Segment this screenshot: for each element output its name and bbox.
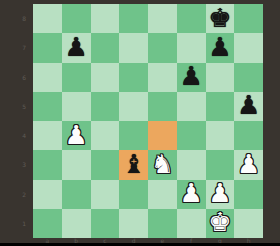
square-f4[interactable] xyxy=(177,121,206,150)
square-h2[interactable] xyxy=(234,180,263,209)
square-d2[interactable] xyxy=(119,180,148,209)
square-h8[interactable] xyxy=(234,4,263,33)
square-a4[interactable] xyxy=(33,121,62,150)
black-king-g8[interactable]: ♚ xyxy=(208,5,231,31)
square-h3[interactable]: ♟ xyxy=(234,150,263,179)
square-d6[interactable] xyxy=(119,63,148,92)
square-b3[interactable] xyxy=(62,150,91,179)
square-e6[interactable] xyxy=(148,63,177,92)
white-knight-e3[interactable]: ♞ xyxy=(151,151,174,177)
square-d7[interactable] xyxy=(119,33,148,62)
square-d5[interactable] xyxy=(119,92,148,121)
white-king-g1[interactable]: ♚ xyxy=(208,209,231,235)
square-g4[interactable] xyxy=(206,121,235,150)
square-a5[interactable] xyxy=(33,92,62,121)
square-f2[interactable]: ♟ xyxy=(177,180,206,209)
square-g3[interactable] xyxy=(206,150,235,179)
rank-label-6: 6 xyxy=(0,63,29,92)
square-b4[interactable]: ♟ xyxy=(62,121,91,150)
square-f8[interactable] xyxy=(177,4,206,33)
square-e5[interactable] xyxy=(148,92,177,121)
square-g8[interactable]: ♚ xyxy=(206,4,235,33)
black-pawn-g7[interactable]: ♟ xyxy=(208,34,231,60)
square-c4[interactable] xyxy=(91,121,120,150)
rank-labels: 87654321 xyxy=(0,4,29,238)
square-f5[interactable] xyxy=(177,92,206,121)
square-f3[interactable] xyxy=(177,150,206,179)
square-g5[interactable] xyxy=(206,92,235,121)
rank-label-4: 4 xyxy=(0,121,29,150)
square-c1[interactable] xyxy=(91,209,120,238)
square-e7[interactable] xyxy=(148,33,177,62)
black-pawn-b7[interactable]: ♟ xyxy=(64,34,87,60)
square-g7[interactable]: ♟ xyxy=(206,33,235,62)
square-h4[interactable] xyxy=(234,121,263,150)
rank-label-1: 1 xyxy=(0,209,29,238)
square-c8[interactable] xyxy=(91,4,120,33)
square-b6[interactable] xyxy=(62,63,91,92)
square-e8[interactable] xyxy=(148,4,177,33)
black-bishop-d3[interactable]: ♝ xyxy=(122,151,145,177)
rank-label-7: 7 xyxy=(0,33,29,62)
square-c7[interactable] xyxy=(91,33,120,62)
chess-board: ♚♟♟♟♟♟♝♞♟♟♟♚ xyxy=(33,4,263,238)
white-pawn-b4[interactable]: ♟ xyxy=(64,122,87,148)
rank-label-3: 3 xyxy=(0,150,29,179)
square-a8[interactable] xyxy=(33,4,62,33)
square-b1[interactable] xyxy=(62,209,91,238)
square-e1[interactable] xyxy=(148,209,177,238)
square-c6[interactable] xyxy=(91,63,120,92)
square-g6[interactable] xyxy=(206,63,235,92)
square-h6[interactable] xyxy=(234,63,263,92)
square-a6[interactable] xyxy=(33,63,62,92)
square-d8[interactable] xyxy=(119,4,148,33)
square-b7[interactable]: ♟ xyxy=(62,33,91,62)
square-c3[interactable] xyxy=(91,150,120,179)
rank-label-2: 2 xyxy=(0,180,29,209)
square-b8[interactable] xyxy=(62,4,91,33)
square-a2[interactable] xyxy=(33,180,62,209)
square-e2[interactable] xyxy=(148,180,177,209)
square-h7[interactable] xyxy=(234,33,263,62)
square-d1[interactable] xyxy=(119,209,148,238)
black-pawn-f6[interactable]: ♟ xyxy=(179,63,202,89)
rank-label-8: 8 xyxy=(0,4,29,33)
square-b5[interactable] xyxy=(62,92,91,121)
square-e3[interactable]: ♞ xyxy=(148,150,177,179)
square-c5[interactable] xyxy=(91,92,120,121)
black-pawn-h5[interactable]: ♟ xyxy=(237,92,260,118)
square-a7[interactable] xyxy=(33,33,62,62)
square-e4[interactable] xyxy=(148,121,177,150)
square-f7[interactable] xyxy=(177,33,206,62)
square-h5[interactable]: ♟ xyxy=(234,92,263,121)
square-g1[interactable]: ♚ xyxy=(206,209,235,238)
square-a3[interactable] xyxy=(33,150,62,179)
square-b2[interactable] xyxy=(62,180,91,209)
white-pawn-g2[interactable]: ♟ xyxy=(208,180,231,206)
square-c2[interactable] xyxy=(91,180,120,209)
square-a1[interactable] xyxy=(33,209,62,238)
rank-label-5: 5 xyxy=(0,92,29,121)
white-pawn-h3[interactable]: ♟ xyxy=(237,151,260,177)
square-f1[interactable] xyxy=(177,209,206,238)
square-d4[interactable] xyxy=(119,121,148,150)
square-g2[interactable]: ♟ xyxy=(206,180,235,209)
square-h1[interactable] xyxy=(234,209,263,238)
white-pawn-f2[interactable]: ♟ xyxy=(179,180,202,206)
square-f6[interactable]: ♟ xyxy=(177,63,206,92)
square-d3[interactable]: ♝ xyxy=(119,150,148,179)
